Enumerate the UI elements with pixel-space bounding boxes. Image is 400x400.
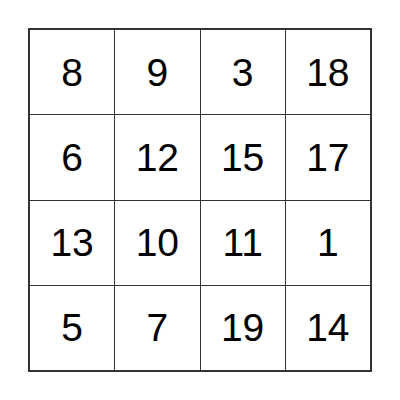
grid-cell-r3c0[interactable]: 5 [30, 286, 114, 370]
grid-cell-r1c0[interactable]: 6 [30, 115, 114, 199]
grid-cell-r2c3[interactable]: 1 [286, 201, 370, 285]
grid-cell-r3c2[interactable]: 19 [201, 286, 285, 370]
grid-cell-r0c3[interactable]: 18 [286, 30, 370, 114]
grid-cell-r0c0[interactable]: 8 [30, 30, 114, 114]
grid-cell-r2c0[interactable]: 13 [30, 201, 114, 285]
grid-cell-r1c1[interactable]: 12 [115, 115, 199, 199]
grid-cell-r0c1[interactable]: 9 [115, 30, 199, 114]
grid-cell-r0c2[interactable]: 3 [201, 30, 285, 114]
grid-cell-r1c2[interactable]: 15 [201, 115, 285, 199]
grid-cell-r3c1[interactable]: 7 [115, 286, 199, 370]
grid-cell-r1c3[interactable]: 17 [286, 115, 370, 199]
grid-cell-r3c3[interactable]: 14 [286, 286, 370, 370]
number-grid-board: 8 9 3 18 6 12 15 17 13 10 11 1 5 7 19 14 [28, 28, 372, 372]
grid-cell-r2c2[interactable]: 11 [201, 201, 285, 285]
grid-cell-r2c1[interactable]: 10 [115, 201, 199, 285]
